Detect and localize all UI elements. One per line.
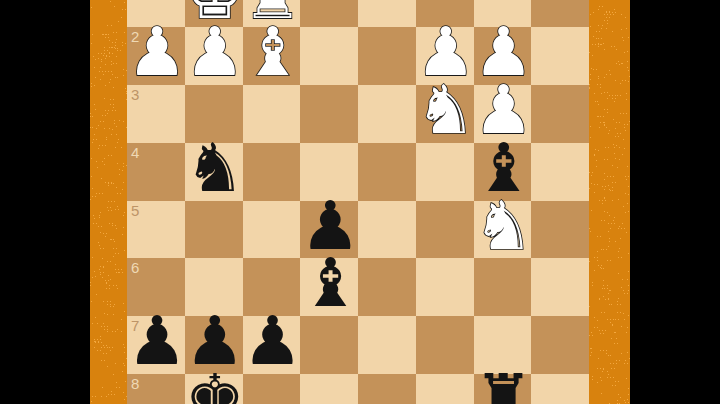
square-d1 <box>358 0 416 27</box>
rank-label-6: 6 <box>131 259 139 276</box>
black-rook-b8: ♜ <box>474 374 532 404</box>
square-d4 <box>358 143 416 201</box>
white-knight-b5: ♞ <box>474 201 532 259</box>
white-pawn-g2: ♟ <box>185 27 243 85</box>
square-b6 <box>474 258 532 316</box>
square-a8 <box>531 374 589 404</box>
square-h7: 7♟ <box>127 316 185 374</box>
rank-label-7: 7 <box>131 317 139 334</box>
rank-label-8: 8 <box>131 375 139 392</box>
square-e2 <box>300 27 358 85</box>
square-a5 <box>531 201 589 259</box>
square-d7 <box>358 316 416 374</box>
square-a3 <box>531 85 589 143</box>
square-f8 <box>243 374 301 404</box>
square-e6: ♝ <box>300 258 358 316</box>
black-pawn-f7: ♟ <box>243 316 301 374</box>
square-d2 <box>358 27 416 85</box>
square-h4: 4 <box>127 143 185 201</box>
rank-label-5: 5 <box>131 202 139 219</box>
square-c7 <box>416 316 474 374</box>
rank-label-4: 4 <box>131 144 139 161</box>
rank-label-3: 3 <box>131 86 139 103</box>
white-knight-c3: ♞ <box>416 85 474 143</box>
video-frame: 1♚♜2♟♟♝♟♟3♞♟4♞♝5♟♞6♝7♟♟♟8♚♜ <box>0 0 720 404</box>
square-e1 <box>300 0 358 27</box>
square-h5: 5 <box>127 201 185 259</box>
square-g5 <box>185 201 243 259</box>
square-e3 <box>300 85 358 143</box>
square-c8 <box>416 374 474 404</box>
square-f4 <box>243 143 301 201</box>
black-knight-g4: ♞ <box>185 143 243 201</box>
square-a2 <box>531 27 589 85</box>
square-f2: ♝ <box>243 27 301 85</box>
chess-board: 1♚♜2♟♟♝♟♟3♞♟4♞♝5♟♞6♝7♟♟♟8♚♜ <box>127 0 589 404</box>
rank-label-2: 2 <box>131 28 139 45</box>
white-bishop-f2: ♝ <box>243 27 301 85</box>
square-e8 <box>300 374 358 404</box>
square-g2: ♟ <box>185 27 243 85</box>
square-a6 <box>531 258 589 316</box>
black-bishop-e6: ♝ <box>300 258 358 316</box>
square-h3: 3 <box>127 85 185 143</box>
square-b8: ♜ <box>474 374 532 404</box>
square-d8 <box>358 374 416 404</box>
square-h2: 2♟ <box>127 27 185 85</box>
black-king-g8: ♚ <box>185 374 243 404</box>
square-g8: ♚ <box>185 374 243 404</box>
square-c6 <box>416 258 474 316</box>
square-c3: ♞ <box>416 85 474 143</box>
square-d3 <box>358 85 416 143</box>
square-a1 <box>531 0 589 27</box>
square-f3 <box>243 85 301 143</box>
square-h8: 8 <box>127 374 185 404</box>
square-d5 <box>358 201 416 259</box>
square-a4 <box>531 143 589 201</box>
square-d6 <box>358 258 416 316</box>
square-a7 <box>531 316 589 374</box>
square-c4 <box>416 143 474 201</box>
square-f7: ♟ <box>243 316 301 374</box>
square-c5 <box>416 201 474 259</box>
square-e7 <box>300 316 358 374</box>
square-g4: ♞ <box>185 143 243 201</box>
square-b5: ♞ <box>474 201 532 259</box>
square-f5 <box>243 201 301 259</box>
